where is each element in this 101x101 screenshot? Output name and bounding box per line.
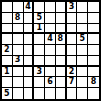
sudoku-given-cell-r8c9: 8 [88,77,99,88]
sudoku-empty-cell-r2c5[interactable] [45,13,56,24]
sudoku-empty-cell-r6c1[interactable] [2,56,13,67]
sudoku-empty-cell-r7c2[interactable] [13,67,24,78]
sudoku-given-cell-r8c5: 6 [45,77,56,88]
sudoku-empty-cell-r9c3[interactable] [24,88,35,99]
sudoku-empty-cell-r7c5[interactable] [45,67,56,78]
sudoku-empty-cell-r7c9[interactable] [88,67,99,78]
sudoku-empty-cell-r4c1[interactable] [2,34,13,45]
sudoku-empty-cell-r4c3[interactable] [24,34,35,45]
sudoku-empty-cell-r2c3[interactable] [24,13,35,24]
sudoku-given-cell-r6c2: 3 [13,56,24,67]
sudoku-empty-cell-r2c8[interactable] [77,13,88,24]
sudoku-puzzle: 43851485231326785 [0,0,101,101]
sudoku-empty-cell-r1c6[interactable] [56,2,67,13]
sudoku-empty-cell-r8c6[interactable] [56,77,67,88]
sudoku-empty-cell-r1c4[interactable] [34,2,45,13]
sudoku-empty-cell-r6c5[interactable] [45,56,56,67]
sudoku-empty-cell-r1c8[interactable] [77,2,88,13]
sudoku-empty-cell-r1c9[interactable] [88,2,99,13]
sudoku-empty-cell-r7c3[interactable] [24,67,35,78]
sudoku-empty-cell-r6c7[interactable] [67,56,78,67]
sudoku-empty-cell-r3c9[interactable] [88,24,99,35]
sudoku-given-cell-r8c7: 7 [67,77,78,88]
sudoku-empty-cell-r3c6[interactable] [56,24,67,35]
sudoku-empty-cell-r3c5[interactable] [45,24,56,35]
sudoku-empty-cell-r9c7[interactable] [67,88,78,99]
sudoku-empty-cell-r5c8[interactable] [77,45,88,56]
sudoku-empty-cell-r5c2[interactable] [13,45,24,56]
sudoku-empty-cell-r7c8[interactable] [77,67,88,78]
sudoku-given-cell-r2c4: 5 [34,13,45,24]
sudoku-empty-cell-r9c5[interactable] [45,88,56,99]
sudoku-empty-cell-r8c4[interactable] [34,77,45,88]
sudoku-empty-cell-r4c2[interactable] [13,34,24,45]
sudoku-given-cell-r1c3: 4 [24,2,35,13]
sudoku-given-cell-r2c2: 8 [13,13,24,24]
sudoku-empty-cell-r5c7[interactable] [67,45,78,56]
sudoku-empty-cell-r6c3[interactable] [24,56,35,67]
sudoku-empty-cell-r8c2[interactable] [13,77,24,88]
sudoku-given-cell-r4c8: 5 [77,34,88,45]
sudoku-empty-cell-r3c2[interactable] [13,24,24,35]
sudoku-empty-cell-r5c5[interactable] [45,45,56,56]
sudoku-board: 43851485231326785 [0,0,101,101]
sudoku-empty-cell-r7c6[interactable] [56,67,67,78]
sudoku-empty-cell-r3c1[interactable] [2,24,13,35]
sudoku-given-cell-r7c7: 2 [67,67,78,78]
sudoku-empty-cell-r9c6[interactable] [56,88,67,99]
sudoku-empty-cell-r2c7[interactable] [67,13,78,24]
sudoku-empty-cell-r2c9[interactable] [88,13,99,24]
sudoku-empty-cell-r1c1[interactable] [2,2,13,13]
sudoku-empty-cell-r4c4[interactable] [34,34,45,45]
sudoku-given-cell-r4c6: 8 [56,34,67,45]
sudoku-given-cell-r9c1: 5 [2,88,13,99]
sudoku-empty-cell-r6c6[interactable] [56,56,67,67]
sudoku-empty-cell-r8c1[interactable] [2,77,13,88]
sudoku-empty-cell-r3c3[interactable] [24,24,35,35]
sudoku-empty-cell-r5c3[interactable] [24,45,35,56]
sudoku-given-cell-r4c5: 4 [45,34,56,45]
sudoku-empty-cell-r5c4[interactable] [34,45,45,56]
sudoku-empty-cell-r4c7[interactable] [67,34,78,45]
sudoku-given-cell-r3c4: 1 [34,24,45,35]
sudoku-empty-cell-r6c9[interactable] [88,56,99,67]
sudoku-empty-cell-r5c9[interactable] [88,45,99,56]
sudoku-given-cell-r7c4: 3 [34,67,45,78]
sudoku-empty-cell-r9c8[interactable] [77,88,88,99]
sudoku-empty-cell-r8c8[interactable] [77,77,88,88]
sudoku-empty-cell-r1c5[interactable] [45,2,56,13]
sudoku-given-cell-r5c1: 2 [2,45,13,56]
sudoku-empty-cell-r1c2[interactable] [13,2,24,13]
sudoku-empty-cell-r2c6[interactable] [56,13,67,24]
sudoku-empty-cell-r3c8[interactable] [77,24,88,35]
sudoku-given-cell-r7c1: 1 [2,67,13,78]
sudoku-empty-cell-r2c1[interactable] [2,13,13,24]
sudoku-empty-cell-r6c8[interactable] [77,56,88,67]
sudoku-empty-cell-r8c3[interactable] [24,77,35,88]
sudoku-empty-cell-r5c6[interactable] [56,45,67,56]
sudoku-empty-cell-r9c4[interactable] [34,88,45,99]
sudoku-empty-cell-r9c9[interactable] [88,88,99,99]
sudoku-empty-cell-r4c9[interactable] [88,34,99,45]
sudoku-empty-cell-r3c7[interactable] [67,24,78,35]
sudoku-empty-cell-r6c4[interactable] [34,56,45,67]
sudoku-empty-cell-r9c2[interactable] [13,88,24,99]
sudoku-given-cell-r1c7: 3 [67,2,78,13]
